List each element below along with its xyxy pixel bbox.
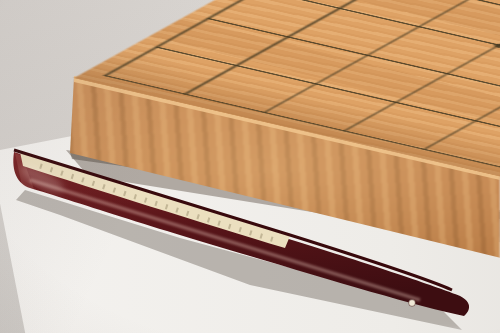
photo-scene: [0, 0, 500, 333]
fan-gloss: [30, 180, 420, 300]
folding-fan: [0, 0, 500, 333]
fan-rivet: [409, 300, 416, 307]
